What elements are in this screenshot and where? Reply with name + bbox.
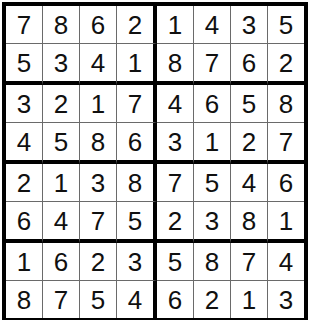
sudoku-cell-r3c4[interactable]: 7 (117, 85, 157, 123)
sudoku-cell-r6c5[interactable]: 2 (157, 202, 194, 243)
sudoku-cell-r7c7[interactable]: 7 (231, 243, 268, 281)
sudoku-cell-r3c1[interactable]: 3 (6, 85, 43, 123)
sudoku-cell-r6c3[interactable]: 7 (80, 202, 117, 243)
sudoku-cell-r2c7[interactable]: 6 (231, 44, 268, 85)
sudoku-cell-r7c4[interactable]: 3 (117, 243, 157, 281)
sudoku-cell-r6c6[interactable]: 3 (194, 202, 231, 243)
sudoku-cell-r4c8[interactable]: 7 (268, 123, 304, 164)
sudoku-cell-r5c6[interactable]: 5 (194, 164, 231, 202)
sudoku-cell-r4c6[interactable]: 1 (194, 123, 231, 164)
sudoku-cell-r5c5[interactable]: 7 (157, 164, 194, 202)
sudoku-cell-r3c6[interactable]: 6 (194, 85, 231, 123)
sudoku-cell-r2c5[interactable]: 8 (157, 44, 194, 85)
sudoku-cell-r2c3[interactable]: 4 (80, 44, 117, 85)
sudoku-cell-r5c3[interactable]: 3 (80, 164, 117, 202)
sudoku-cell-r8c3[interactable]: 5 (80, 281, 117, 318)
sudoku-cell-r6c7[interactable]: 8 (231, 202, 268, 243)
sudoku-cell-r1c8[interactable]: 5 (268, 6, 304, 44)
sudoku-cell-r4c1[interactable]: 4 (6, 123, 43, 164)
sudoku-cell-r4c3[interactable]: 8 (80, 123, 117, 164)
sudoku-cell-r3c3[interactable]: 1 (80, 85, 117, 123)
sudoku-cell-r1c6[interactable]: 4 (194, 6, 231, 44)
sudoku-cell-r3c2[interactable]: 2 (43, 85, 80, 123)
sudoku-cell-r1c5[interactable]: 1 (157, 6, 194, 44)
sudoku-cell-r8c6[interactable]: 2 (194, 281, 231, 318)
sudoku-cell-r1c2[interactable]: 8 (43, 6, 80, 44)
sudoku-cell-r2c1[interactable]: 5 (6, 44, 43, 85)
sudoku-cell-r7c6[interactable]: 8 (194, 243, 231, 281)
sudoku-cell-r1c3[interactable]: 6 (80, 6, 117, 44)
sudoku-cell-r7c3[interactable]: 2 (80, 243, 117, 281)
sudoku-cell-r7c1[interactable]: 1 (6, 243, 43, 281)
sudoku-cell-r4c5[interactable]: 3 (157, 123, 194, 164)
sudoku-cell-r5c4[interactable]: 8 (117, 164, 157, 202)
sudoku-cell-r1c1[interactable]: 7 (6, 6, 43, 44)
sudoku-cell-r8c7[interactable]: 1 (231, 281, 268, 318)
sudoku-cell-r8c2[interactable]: 7 (43, 281, 80, 318)
sudoku-cell-r2c8[interactable]: 2 (268, 44, 304, 85)
sudoku-cell-r4c4[interactable]: 6 (117, 123, 157, 164)
sudoku-cell-r6c8[interactable]: 1 (268, 202, 304, 243)
sudoku-cell-r2c6[interactable]: 7 (194, 44, 231, 85)
sudoku-cell-r1c7[interactable]: 3 (231, 6, 268, 44)
sudoku-cell-r4c7[interactable]: 2 (231, 123, 268, 164)
sudoku-cell-r6c2[interactable]: 4 (43, 202, 80, 243)
sudoku-board: 7862143553418762321746584586312721387546… (2, 2, 308, 320)
sudoku-cell-r8c1[interactable]: 8 (6, 281, 43, 318)
sudoku-cell-r2c2[interactable]: 3 (43, 44, 80, 85)
sudoku-cell-r8c5[interactable]: 6 (157, 281, 194, 318)
sudoku-cell-r7c8[interactable]: 4 (268, 243, 304, 281)
sudoku-cell-r8c4[interactable]: 4 (117, 281, 157, 318)
sudoku-cell-r7c5[interactable]: 5 (157, 243, 194, 281)
sudoku-cell-r5c2[interactable]: 1 (43, 164, 80, 202)
sudoku-cell-r4c2[interactable]: 5 (43, 123, 80, 164)
sudoku-cell-r1c4[interactable]: 2 (117, 6, 157, 44)
sudoku-cell-r7c2[interactable]: 6 (43, 243, 80, 281)
sudoku-cell-r3c5[interactable]: 4 (157, 85, 194, 123)
sudoku-cell-r3c7[interactable]: 5 (231, 85, 268, 123)
sudoku-cell-r8c8[interactable]: 3 (268, 281, 304, 318)
sudoku-cell-r5c8[interactable]: 6 (268, 164, 304, 202)
sudoku-cell-r6c1[interactable]: 6 (6, 202, 43, 243)
sudoku-cell-r5c1[interactable]: 2 (6, 164, 43, 202)
sudoku-cell-r3c8[interactable]: 8 (268, 85, 304, 123)
sudoku-cell-r5c7[interactable]: 4 (231, 164, 268, 202)
sudoku-cell-r6c4[interactable]: 5 (117, 202, 157, 243)
sudoku-cell-r2c4[interactable]: 1 (117, 44, 157, 85)
